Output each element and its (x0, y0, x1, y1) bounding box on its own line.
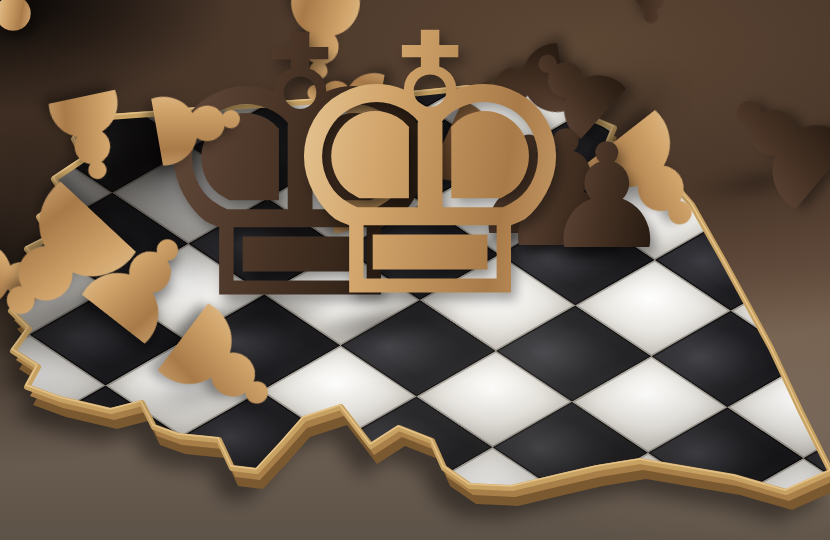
chess-scene: ♟♟♟♟♟●♟♟♟♟♟♟♟♚♚♟♟♟♟♟♟ (0, 0, 830, 540)
